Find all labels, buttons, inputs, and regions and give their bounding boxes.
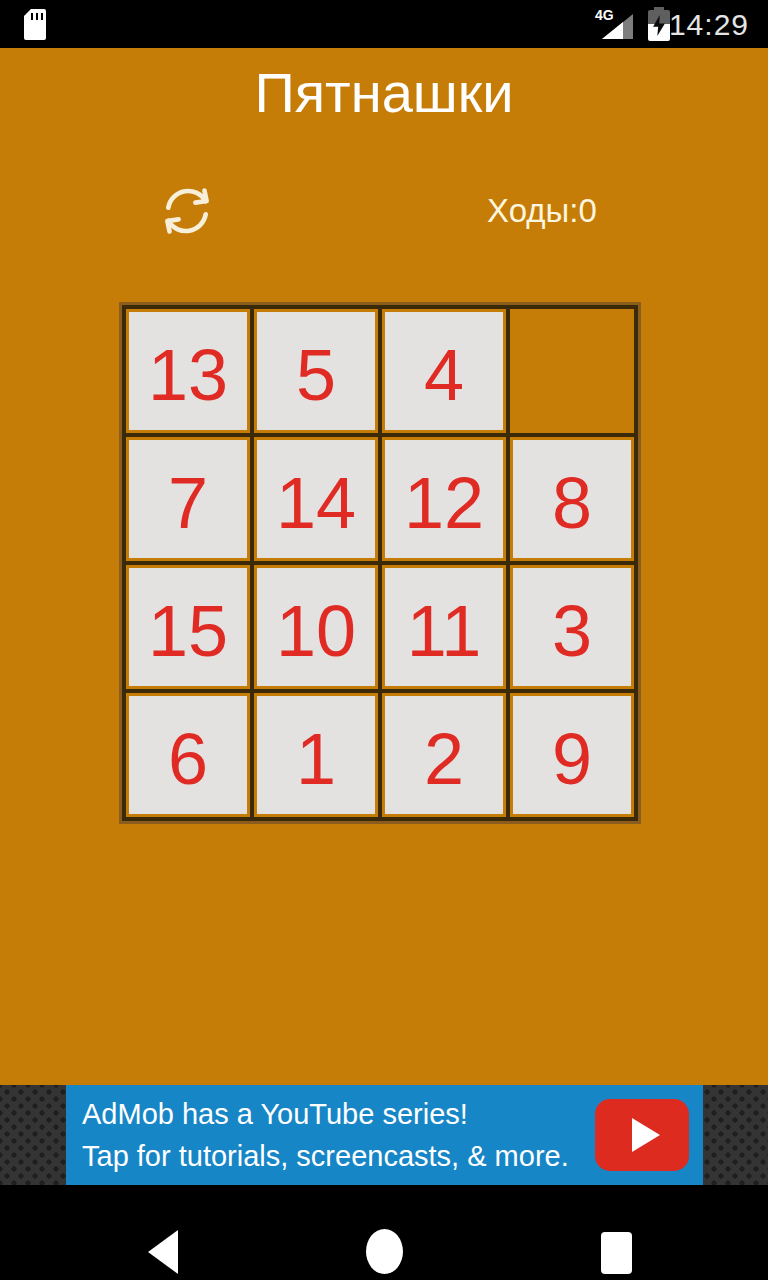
app-screen: 4G 14:29 Пятнашки Ходы:0 13 5 4 7 14: [0, 0, 768, 1280]
ad-banner[interactable]: AdMob has a YouTube series! Tap for tuto…: [66, 1085, 703, 1185]
cell-r1c4-empty: [510, 309, 634, 433]
cell-r4c1[interactable]: 6: [126, 693, 250, 817]
ad-line1: AdMob has a YouTube series!: [82, 1093, 569, 1135]
tile: 7: [129, 440, 247, 558]
cell-r3c4[interactable]: 3: [510, 565, 634, 689]
tile: 11: [385, 568, 503, 686]
cell-r1c2[interactable]: 5: [254, 309, 378, 433]
nav-home-icon[interactable]: [366, 1229, 403, 1274]
cell-r2c4[interactable]: 8: [510, 437, 634, 561]
tile: 9: [513, 696, 631, 814]
puzzle-board: 13 5 4 7 14 12 8 15 10 11 3 6 1 2 9: [122, 305, 638, 821]
nav-back-icon[interactable]: [148, 1230, 178, 1274]
cell-r3c1[interactable]: 15: [126, 565, 250, 689]
signal-fill-icon: [602, 22, 623, 39]
tile: 4: [385, 312, 503, 430]
cell-r2c1[interactable]: 7: [126, 437, 250, 561]
page-title: Пятнашки: [0, 60, 768, 125]
youtube-logo[interactable]: [595, 1099, 689, 1171]
moves-counter: Ходы:0: [487, 192, 597, 230]
network-type-label: 4G: [595, 7, 614, 23]
cell-r2c2[interactable]: 14: [254, 437, 378, 561]
cell-r1c1[interactable]: 13: [126, 309, 250, 433]
ad-line2: Tap for tutorials, screencasts, & more.: [82, 1135, 569, 1177]
nav-recents-icon[interactable]: [601, 1232, 632, 1274]
tile: 5: [257, 312, 375, 430]
tile: 15: [129, 568, 247, 686]
youtube-play-icon: [632, 1118, 660, 1152]
tile: 10: [257, 568, 375, 686]
ad-text: AdMob has a YouTube series! Tap for tuto…: [82, 1093, 569, 1177]
refresh-icon: [156, 230, 218, 245]
tile: 8: [513, 440, 631, 558]
sd-card-slots: [31, 13, 43, 20]
tile: 14: [257, 440, 375, 558]
android-nav-bar: [0, 1185, 768, 1280]
tile: 12: [385, 440, 503, 558]
cell-r4c3[interactable]: 2: [382, 693, 506, 817]
cell-r3c3[interactable]: 11: [382, 565, 506, 689]
status-bar: 4G 14:29: [0, 0, 768, 48]
tile: 6: [129, 696, 247, 814]
tile: 13: [129, 312, 247, 430]
tile: 3: [513, 568, 631, 686]
cell-r4c4[interactable]: 9: [510, 693, 634, 817]
cell-r2c3[interactable]: 12: [382, 437, 506, 561]
refresh-button[interactable]: [156, 180, 218, 242]
status-clock: 14:29: [669, 8, 749, 42]
tile: 1: [257, 696, 375, 814]
puzzle-board-frame: 13 5 4 7 14 12 8 15 10 11 3 6 1 2 9: [119, 302, 641, 824]
cell-r1c3[interactable]: 4: [382, 309, 506, 433]
tile: 2: [385, 696, 503, 814]
ad-strip-background: AdMob has a YouTube series! Tap for tuto…: [0, 1085, 768, 1185]
cell-r4c2[interactable]: 1: [254, 693, 378, 817]
cell-r3c2[interactable]: 10: [254, 565, 378, 689]
